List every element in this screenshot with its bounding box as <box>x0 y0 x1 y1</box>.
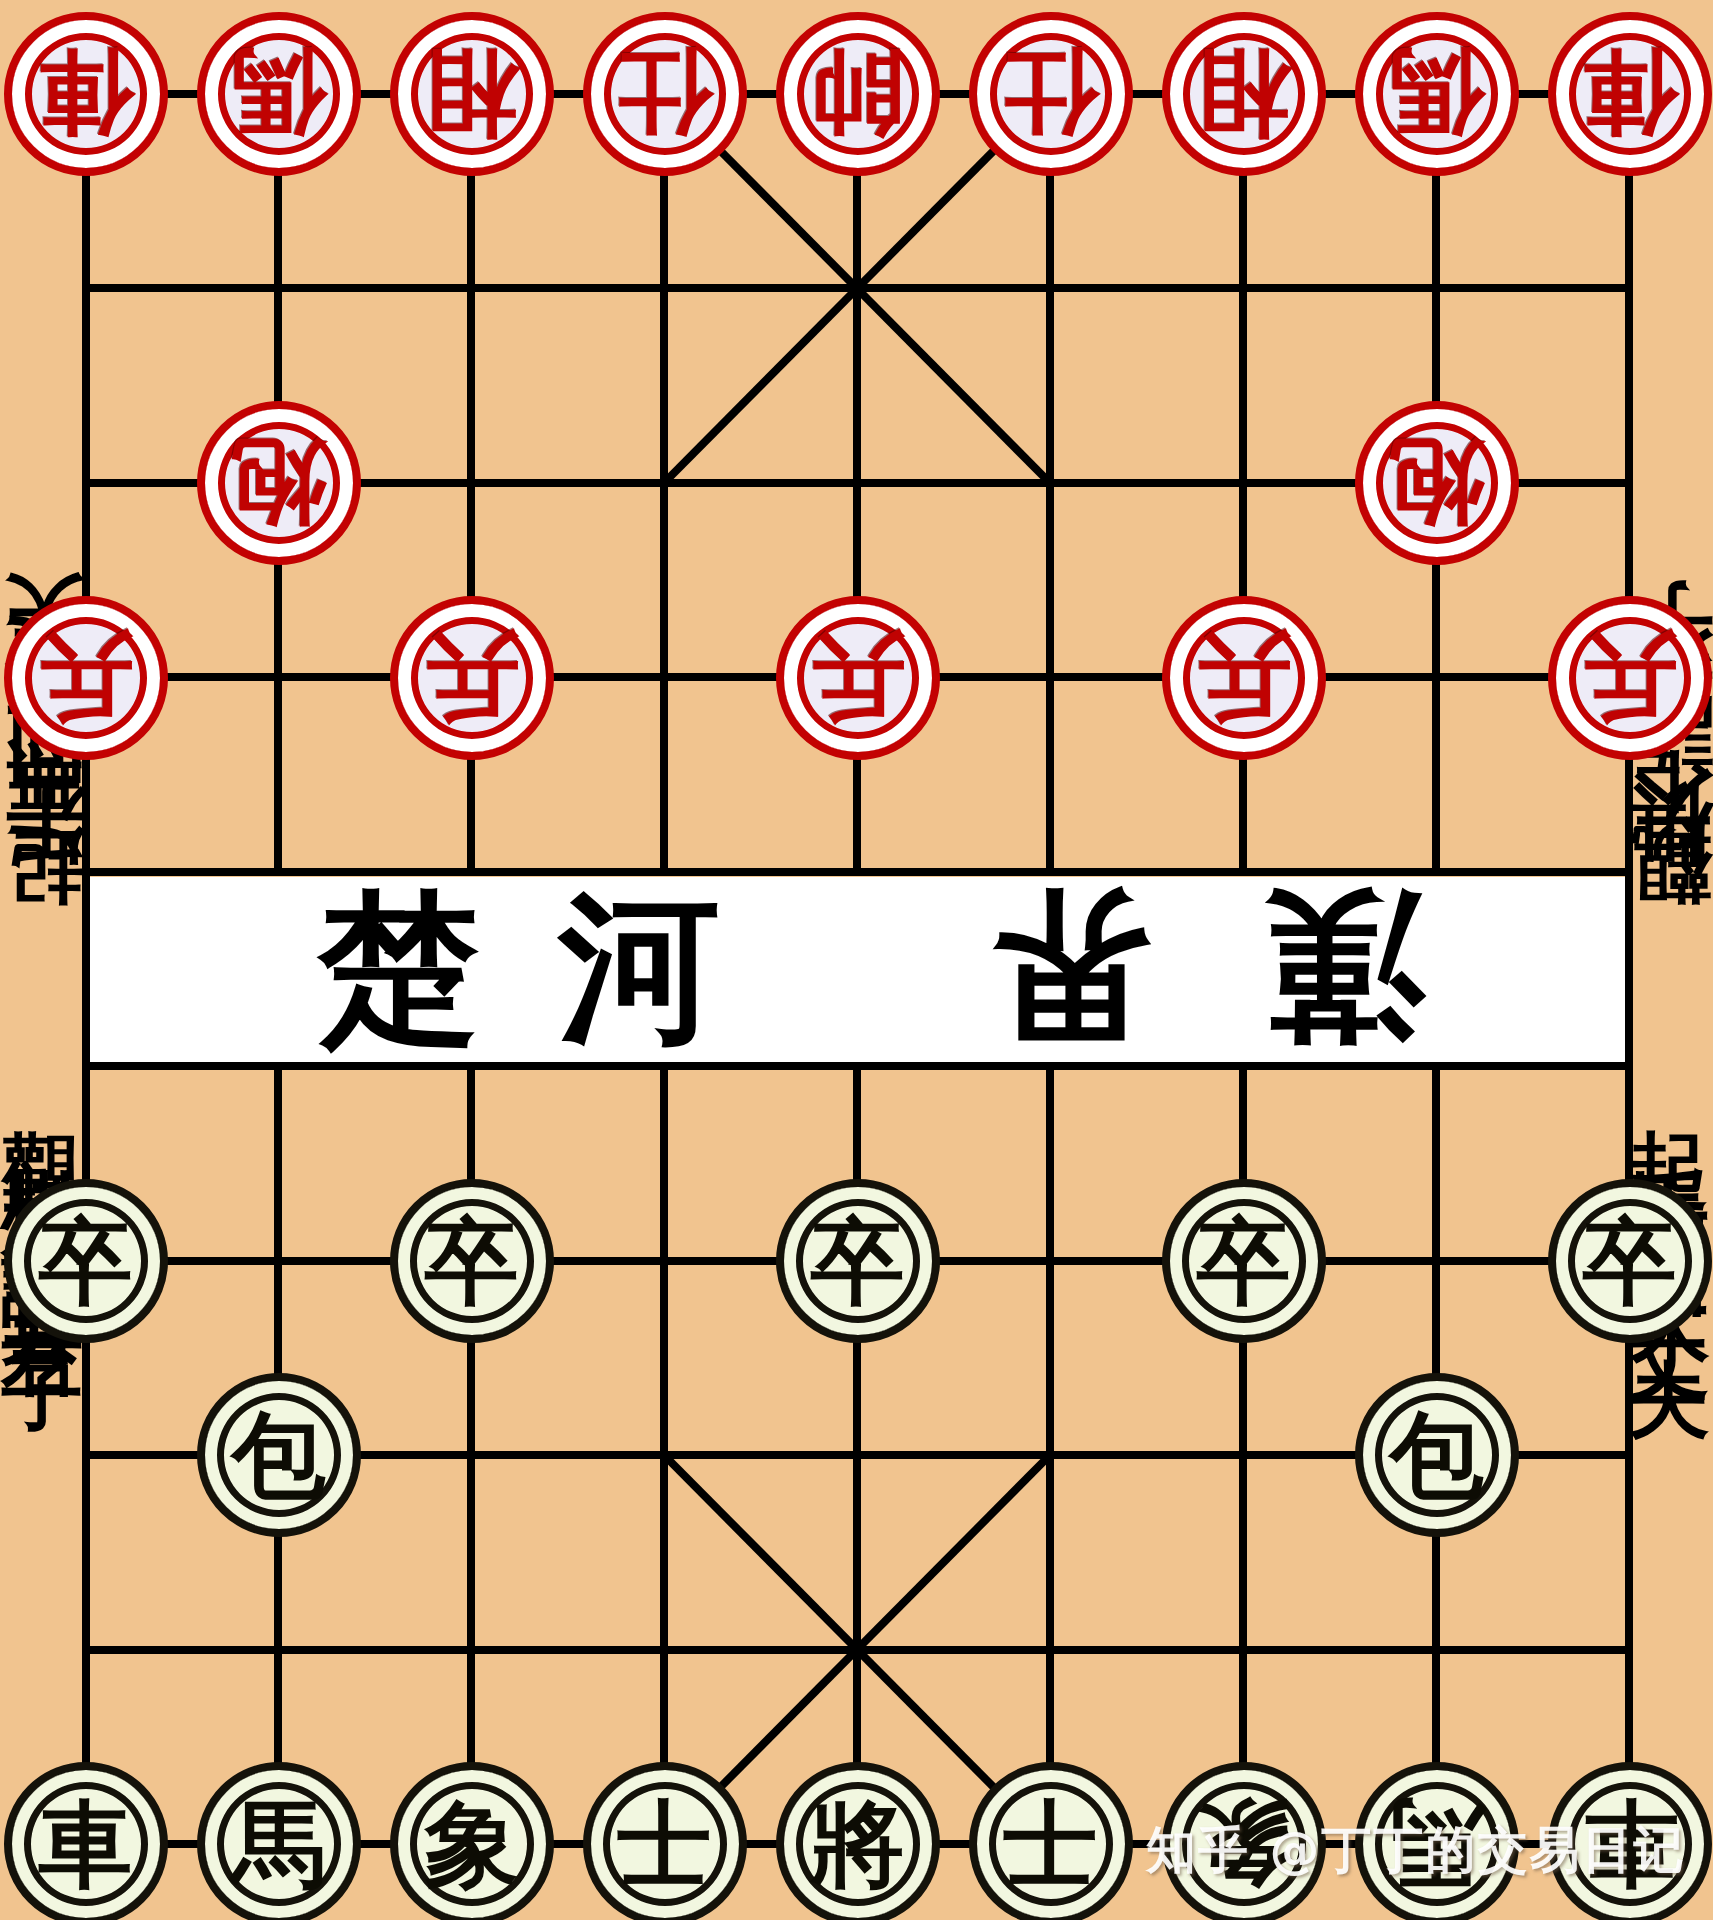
piece-red-soldier[interactable]: 兵 <box>4 596 168 760</box>
piece-red-soldier[interactable]: 兵 <box>1548 596 1712 760</box>
piece-glyph: 仕 <box>1004 44 1098 144</box>
piece-glyph: 俥 <box>39 44 133 144</box>
piece-red-chariot[interactable]: 俥 <box>4 12 168 176</box>
piece-glyph: 相 <box>425 44 519 144</box>
piece-black-soldier[interactable]: 卒 <box>1162 1179 1326 1343</box>
piece-black-cannon[interactable]: 包 <box>197 1373 361 1537</box>
piece-black-cannon[interactable]: 包 <box>1355 1373 1519 1537</box>
watermark: 知乎 @丁丁的交易日记 <box>1146 1822 1685 1878</box>
piece-glyph: 帥 <box>811 44 905 144</box>
piece-red-guard[interactable]: 仕 <box>969 12 1133 176</box>
piece-glyph: 將 <box>811 1794 905 1894</box>
xiangqi-board: 起手無回大丈夫 觀棋不語真君子 觀棋不語真君子 起手無回大丈夫 楚河 漢界 俥傌… <box>0 0 1713 1920</box>
piece-glyph: 包 <box>232 1405 326 1505</box>
piece-glyph: 仕 <box>618 44 712 144</box>
piece-glyph: 士 <box>1004 1794 1098 1894</box>
piece-glyph: 卒 <box>811 1211 905 1311</box>
piece-glyph: 卒 <box>39 1211 133 1311</box>
piece-red-soldier[interactable]: 兵 <box>776 596 940 760</box>
piece-glyph: 包 <box>1390 1405 1484 1505</box>
piece-red-horse[interactable]: 傌 <box>1355 12 1519 176</box>
piece-black-soldier[interactable]: 卒 <box>4 1179 168 1343</box>
piece-red-soldier[interactable]: 兵 <box>1162 596 1326 760</box>
piece-glyph: 卒 <box>425 1211 519 1311</box>
piece-black-general[interactable]: 將 <box>776 1762 940 1920</box>
piece-glyph: 兵 <box>39 628 133 728</box>
piece-black-advisor[interactable]: 士 <box>969 1762 1133 1920</box>
piece-glyph: 馬 <box>232 1794 326 1894</box>
piece-red-guard[interactable]: 仕 <box>583 12 747 176</box>
piece-red-minister[interactable]: 相 <box>390 12 554 176</box>
piece-red-general[interactable]: 帥 <box>776 12 940 176</box>
piece-red-cannon[interactable]: 炮 <box>197 401 361 565</box>
piece-black-advisor[interactable]: 士 <box>583 1762 747 1920</box>
piece-red-soldier[interactable]: 兵 <box>390 596 554 760</box>
piece-black-soldier[interactable]: 卒 <box>1548 1179 1712 1343</box>
piece-black-chariot[interactable]: 車 <box>4 1762 168 1920</box>
piece-glyph: 炮 <box>1390 433 1484 533</box>
piece-glyph: 卒 <box>1583 1211 1677 1311</box>
piece-black-soldier[interactable]: 卒 <box>776 1179 940 1343</box>
piece-red-cannon[interactable]: 炮 <box>1355 401 1519 565</box>
piece-glyph: 兵 <box>1583 628 1677 728</box>
piece-red-horse[interactable]: 傌 <box>197 12 361 176</box>
piece-black-soldier[interactable]: 卒 <box>390 1179 554 1343</box>
piece-glyph: 車 <box>39 1794 133 1894</box>
piece-red-minister[interactable]: 相 <box>1162 12 1326 176</box>
piece-glyph: 傌 <box>1390 44 1484 144</box>
piece-glyph: 兵 <box>425 628 519 728</box>
piece-glyph: 卒 <box>1197 1211 1291 1311</box>
piece-layer: 俥傌相仕帥仕相傌俥炮炮兵兵兵兵兵卒卒卒卒卒包包車馬象士將士象馬車 <box>0 0 1713 1920</box>
piece-glyph: 兵 <box>811 628 905 728</box>
piece-glyph: 兵 <box>1197 628 1291 728</box>
piece-black-elephant[interactable]: 象 <box>390 1762 554 1920</box>
piece-glyph: 傌 <box>232 44 326 144</box>
piece-glyph: 士 <box>618 1794 712 1894</box>
piece-glyph: 炮 <box>232 433 326 533</box>
piece-red-chariot[interactable]: 俥 <box>1548 12 1712 176</box>
piece-glyph: 俥 <box>1583 44 1677 144</box>
piece-glyph: 象 <box>425 1794 519 1894</box>
piece-glyph: 相 <box>1197 44 1291 144</box>
piece-black-horse[interactable]: 馬 <box>197 1762 361 1920</box>
